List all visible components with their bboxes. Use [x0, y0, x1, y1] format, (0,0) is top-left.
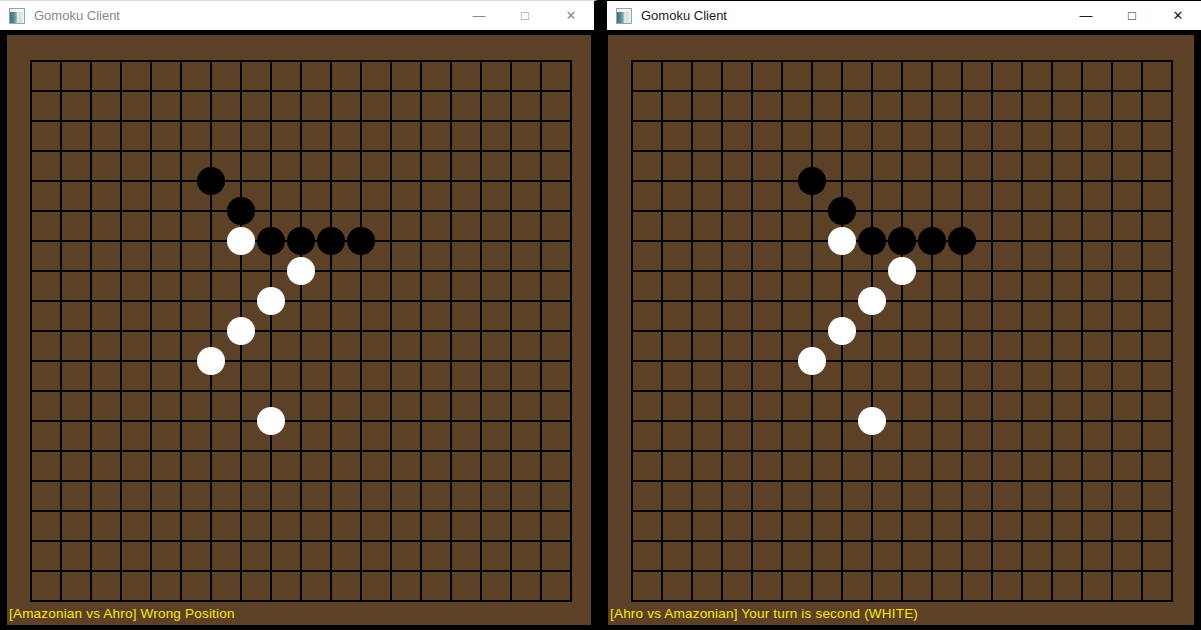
stone-black [347, 227, 375, 255]
stone-black [948, 227, 976, 255]
window-content: [Amazonian vs Ahro] Wrong Position [0, 30, 598, 630]
status-bar: [Amazonian vs Ahro] Wrong Position [9, 606, 235, 621]
gomoku-grid[interactable] [30, 60, 572, 602]
maximize-button[interactable]: □ [1109, 1, 1155, 30]
minimize-button[interactable]: — [456, 1, 502, 30]
window-title: Gomoku Client [641, 8, 727, 23]
close-button[interactable]: ✕ [548, 1, 594, 30]
gomoku-window-right: Gomoku Client — □ ✕ [Ahro vs Amazonian] … [601, 0, 1201, 630]
maximize-icon: □ [521, 9, 529, 22]
window-controls: — □ ✕ [456, 1, 594, 30]
stone-white [888, 257, 916, 285]
stone-black [257, 227, 285, 255]
app-icon [9, 8, 25, 24]
stone-white [828, 317, 856, 345]
stone-white [858, 407, 886, 435]
stone-black [317, 227, 345, 255]
gomoku-grid[interactable] [631, 60, 1173, 602]
stone-black [918, 227, 946, 255]
stone-black [828, 197, 856, 225]
stone-black [798, 167, 826, 195]
stone-white [257, 407, 285, 435]
stone-black [858, 227, 886, 255]
close-icon: ✕ [566, 9, 577, 22]
window-title: Gomoku Client [34, 8, 120, 23]
stone-white [858, 287, 886, 315]
window-controls: — □ ✕ [1063, 1, 1201, 30]
stone-white [257, 287, 285, 315]
minimize-icon: — [1080, 9, 1093, 22]
stone-black [197, 167, 225, 195]
maximize-icon: □ [1128, 9, 1136, 22]
stone-white [287, 257, 315, 285]
stone-white [197, 347, 225, 375]
gomoku-window-left: Gomoku Client — □ ✕ [Amazonian vs Ahro] … [0, 0, 598, 630]
app-icon [616, 8, 632, 24]
close-icon: ✕ [1173, 9, 1184, 22]
window-content: [Ahro vs Amazonian] Your turn is second … [601, 30, 1201, 630]
minimize-button[interactable]: — [1063, 1, 1109, 30]
close-button[interactable]: ✕ [1155, 1, 1201, 30]
minimize-icon: — [473, 9, 486, 22]
stone-white [798, 347, 826, 375]
stone-black [227, 197, 255, 225]
stone-white [227, 227, 255, 255]
board: [Ahro vs Amazonian] Your turn is second … [608, 35, 1194, 625]
titlebar[interactable]: Gomoku Client — □ ✕ [0, 0, 598, 30]
board: [Amazonian vs Ahro] Wrong Position [7, 35, 591, 625]
status-bar: [Ahro vs Amazonian] Your turn is second … [610, 606, 918, 621]
maximize-button[interactable]: □ [502, 1, 548, 30]
stone-white [227, 317, 255, 345]
stone-black [287, 227, 315, 255]
stone-black [888, 227, 916, 255]
stone-white [828, 227, 856, 255]
titlebar[interactable]: Gomoku Client — □ ✕ [601, 0, 1201, 30]
